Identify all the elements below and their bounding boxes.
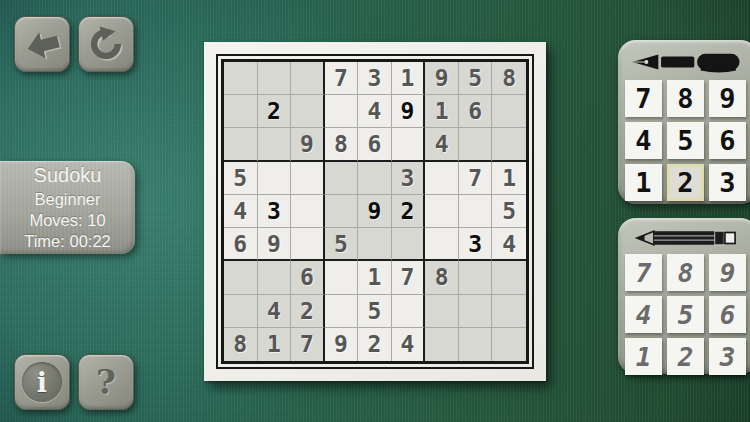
cell-r8c1[interactable] bbox=[224, 295, 258, 328]
help-button[interactable]: ? bbox=[78, 354, 134, 410]
game-info-panel: Sudoku Beginner Moves: 10 Time: 00:22 bbox=[0, 161, 135, 254]
cell-r6c9[interactable]: 4 bbox=[492, 228, 526, 261]
pencil-pad-button-8[interactable]: 8 bbox=[667, 254, 704, 291]
sudoku-grid: 7319582491698645371439256953461784258179… bbox=[221, 59, 529, 364]
pen-pad-button-3[interactable]: 3 bbox=[709, 164, 746, 201]
cell-r8c5[interactable]: 5 bbox=[358, 295, 392, 328]
cell-r2c8[interactable]: 6 bbox=[459, 95, 493, 128]
cell-r8c9[interactable] bbox=[492, 295, 526, 328]
pencil-pad-button-9[interactable]: 9 bbox=[709, 254, 746, 291]
cell-r9c1[interactable]: 8 bbox=[224, 328, 258, 361]
cell-r3c6[interactable] bbox=[392, 128, 426, 161]
cell-r1c4[interactable]: 7 bbox=[325, 62, 359, 95]
cell-r5c2[interactable]: 3 bbox=[258, 195, 292, 228]
info-button[interactable]: i bbox=[14, 354, 70, 410]
cell-r1c2[interactable] bbox=[258, 62, 292, 95]
cell-r4c6[interactable]: 3 bbox=[392, 162, 426, 195]
cell-r8c7[interactable] bbox=[425, 295, 459, 328]
cell-r1c8[interactable]: 5 bbox=[459, 62, 493, 95]
pen-pad-button-1[interactable]: 1 bbox=[625, 164, 662, 201]
cell-r3c7[interactable]: 4 bbox=[425, 128, 459, 161]
cell-r7c1[interactable] bbox=[224, 261, 258, 294]
cell-r5c1[interactable]: 4 bbox=[224, 195, 258, 228]
cell-r2c7[interactable]: 1 bbox=[425, 95, 459, 128]
cell-r8c4[interactable] bbox=[325, 295, 359, 328]
cell-r6c3[interactable] bbox=[291, 228, 325, 261]
cell-r4c2[interactable] bbox=[258, 162, 292, 195]
cell-r4c5[interactable] bbox=[358, 162, 392, 195]
info-icon: i bbox=[22, 362, 62, 402]
cell-r2c1[interactable] bbox=[224, 95, 258, 128]
pencil-pad-button-1[interactable]: 1 bbox=[625, 338, 662, 375]
cell-r9c7[interactable] bbox=[425, 328, 459, 361]
cell-r7c8[interactable] bbox=[459, 261, 493, 294]
redo-icon bbox=[87, 25, 125, 63]
pen-pad-grid: 789456123 bbox=[625, 80, 750, 201]
cell-r8c8[interactable] bbox=[459, 295, 493, 328]
cell-r3c8[interactable] bbox=[459, 128, 493, 161]
pencil-pad: 789456123 bbox=[618, 218, 750, 374]
cell-r8c2[interactable]: 4 bbox=[258, 295, 292, 328]
app-background: Sudoku Beginner Moves: 10 Time: 00:22 i … bbox=[0, 0, 750, 422]
pen-pad-button-2[interactable]: 2 bbox=[667, 164, 704, 201]
cell-r1c3[interactable] bbox=[291, 62, 325, 95]
cell-r2c3[interactable] bbox=[291, 95, 325, 128]
cell-r1c9[interactable]: 8 bbox=[492, 62, 526, 95]
pencil-pad-button-3[interactable]: 3 bbox=[709, 338, 746, 375]
cell-r2c6[interactable]: 9 bbox=[392, 95, 426, 128]
cell-r3c5[interactable]: 6 bbox=[358, 128, 392, 161]
cell-r4c4[interactable] bbox=[325, 162, 359, 195]
cell-r6c8[interactable]: 3 bbox=[459, 228, 493, 261]
cell-r3c4[interactable]: 8 bbox=[325, 128, 359, 161]
cell-r7c3[interactable]: 6 bbox=[291, 261, 325, 294]
cell-r1c1[interactable] bbox=[224, 62, 258, 95]
cell-r8c3[interactable]: 2 bbox=[291, 295, 325, 328]
cell-r3c9[interactable] bbox=[492, 128, 526, 161]
cell-r4c9[interactable]: 1 bbox=[492, 162, 526, 195]
pencil-icon bbox=[625, 224, 750, 250]
cell-r4c7[interactable] bbox=[425, 162, 459, 195]
cell-r6c4[interactable]: 5 bbox=[325, 228, 359, 261]
pen-pad: 789456123 bbox=[618, 40, 750, 204]
cell-r1c6[interactable]: 1 bbox=[392, 62, 426, 95]
pencil-pad-button-4[interactable]: 4 bbox=[625, 296, 662, 333]
pencil-pad-grid: 789456123 bbox=[625, 254, 750, 375]
cell-r6c7[interactable] bbox=[425, 228, 459, 261]
info-glyph: i bbox=[37, 369, 47, 396]
cell-r9c8[interactable] bbox=[459, 328, 493, 361]
pencil-pad-button-7[interactable]: 7 bbox=[625, 254, 662, 291]
difficulty-label: Beginner bbox=[34, 189, 100, 210]
cell-r7c9[interactable] bbox=[492, 261, 526, 294]
cell-r5c8[interactable] bbox=[459, 195, 493, 228]
pen-pad-button-9[interactable]: 9 bbox=[709, 80, 746, 117]
cell-r9c6[interactable]: 4 bbox=[392, 328, 426, 361]
back-icon bbox=[24, 26, 60, 62]
cell-r2c4[interactable] bbox=[325, 95, 359, 128]
cell-r4c8[interactable]: 7 bbox=[459, 162, 493, 195]
cell-r7c4[interactable] bbox=[325, 261, 359, 294]
cell-r6c1[interactable]: 6 bbox=[224, 228, 258, 261]
pen-pad-button-8[interactable]: 8 bbox=[667, 80, 704, 117]
pencil-pad-button-6[interactable]: 6 bbox=[709, 296, 746, 333]
cell-r7c6[interactable]: 7 bbox=[392, 261, 426, 294]
cell-r4c3[interactable] bbox=[291, 162, 325, 195]
cell-r3c2[interactable] bbox=[258, 128, 292, 161]
cell-r3c3[interactable]: 9 bbox=[291, 128, 325, 161]
time-counter: Time: 00:22 bbox=[24, 231, 111, 252]
sudoku-board: 7319582491698645371439256953461784258179… bbox=[204, 42, 546, 381]
pen-icon bbox=[625, 46, 750, 76]
cell-r7c2[interactable] bbox=[258, 261, 292, 294]
cell-r7c5[interactable]: 1 bbox=[358, 261, 392, 294]
pencil-pad-button-2[interactable]: 2 bbox=[667, 338, 704, 375]
moves-counter: Moves: 10 bbox=[29, 210, 105, 231]
cell-r4c1[interactable]: 5 bbox=[224, 162, 258, 195]
game-title: Sudoku bbox=[34, 164, 102, 187]
cell-r7c7[interactable]: 8 bbox=[425, 261, 459, 294]
cell-r9c5[interactable]: 2 bbox=[358, 328, 392, 361]
cell-r2c5[interactable]: 4 bbox=[358, 95, 392, 128]
cell-r5c3[interactable] bbox=[291, 195, 325, 228]
cell-r9c3[interactable]: 7 bbox=[291, 328, 325, 361]
cell-r5c5[interactable]: 9 bbox=[358, 195, 392, 228]
cell-r1c5[interactable]: 3 bbox=[358, 62, 392, 95]
redo-button[interactable] bbox=[78, 16, 134, 72]
help-icon: ? bbox=[96, 365, 116, 399]
cell-r5c6[interactable]: 2 bbox=[392, 195, 426, 228]
cell-r2c2[interactable]: 2 bbox=[258, 95, 292, 128]
cell-r5c4[interactable] bbox=[325, 195, 359, 228]
cell-r6c6[interactable] bbox=[392, 228, 426, 261]
cell-r9c9[interactable] bbox=[492, 328, 526, 361]
cell-r6c5[interactable] bbox=[358, 228, 392, 261]
cell-r6c2[interactable]: 9 bbox=[258, 228, 292, 261]
cell-r2c9[interactable] bbox=[492, 95, 526, 128]
cell-r8c6[interactable] bbox=[392, 295, 426, 328]
pen-pad-button-5[interactable]: 5 bbox=[667, 122, 704, 159]
pen-pad-button-6[interactable]: 6 bbox=[709, 122, 746, 159]
back-button[interactable] bbox=[14, 16, 70, 72]
pen-pad-button-4[interactable]: 4 bbox=[625, 122, 662, 159]
pen-pad-button-7[interactable]: 7 bbox=[625, 80, 662, 117]
cell-r3c1[interactable] bbox=[224, 128, 258, 161]
cell-r5c9[interactable]: 5 bbox=[492, 195, 526, 228]
cell-r1c7[interactable]: 9 bbox=[425, 62, 459, 95]
pencil-pad-button-5[interactable]: 5 bbox=[667, 296, 704, 333]
board-frame: 7319582491698645371439256953461784258179… bbox=[216, 54, 534, 369]
cell-r9c2[interactable]: 1 bbox=[258, 328, 292, 361]
cell-r5c7[interactable] bbox=[425, 195, 459, 228]
cell-r9c4[interactable]: 9 bbox=[325, 328, 359, 361]
